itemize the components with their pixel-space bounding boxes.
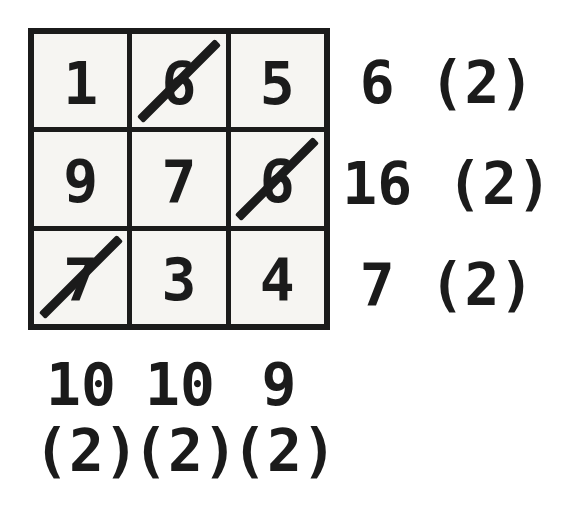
cell-value: 9 [63,153,98,211]
row-target-labels: 6 (2) 16 (2) 7 (2) [332,28,562,330]
col-sum-value-1: 10 [34,352,128,418]
cell-value: 5 [260,55,295,113]
col-target-labels: 10 (2) 10 (2) 9 (2) [34,352,326,484]
col-target-label-2: 10 (2) [133,352,227,484]
grid-cell-r3c3[interactable]: 4 [231,231,324,324]
col-sum-value-3: 9 [232,352,326,418]
grid-cell-r2c2[interactable]: 7 [132,132,225,225]
col-sum-value-2: 10 [133,352,227,418]
cell-value: 7 [162,153,197,211]
cell-value: 1 [63,55,98,113]
grid-cell-r1c2[interactable]: 6 [132,34,225,127]
col-target-label-1: 10 (2) [34,352,128,484]
grid-cell-r1c1[interactable]: 1 [34,34,127,127]
grid-cell-r2c1[interactable]: 9 [34,132,127,225]
col-target-label-3: 9 (2) [232,352,326,484]
grid-cell-r2c3[interactable]: 6 [231,132,324,225]
col-count-value-3: (2) [232,418,326,484]
col-count-value-2: (2) [133,418,227,484]
row-target-label-3: 7 (2) [332,234,562,335]
puzzle-canvas: 165976734 6 (2) 16 (2) 7 (2) 10 (2) 10 (… [0,0,582,512]
grid-cell-r3c1[interactable]: 7 [34,231,127,324]
grid-cell-r1c3[interactable]: 5 [231,34,324,127]
cell-value: 3 [162,251,197,309]
col-count-value-1: (2) [34,418,128,484]
cell-value: 4 [260,251,295,309]
row-target-label-1: 6 (2) [332,33,562,134]
puzzle-board: 165976734 [28,28,330,330]
grid-cell-r3c2[interactable]: 3 [132,231,225,324]
row-target-label-2: 16 (2) [332,134,562,235]
